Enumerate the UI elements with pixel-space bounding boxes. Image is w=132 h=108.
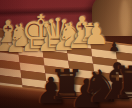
black-rook-edge: ♜ [111, 59, 132, 104]
chess-set-photo: ♟♝♟♞♟♚♟♛♟♞♟♝♜♟♟♟♜♟♞♝♜ [0, 0, 132, 108]
pieces-layer: ♟♝♟♞♟♚♟♛♟♞♟♝♜♟♟♟♜♟♞♝♜ [0, 0, 132, 108]
white-pawn-far-7: ♟ [83, 20, 109, 49]
